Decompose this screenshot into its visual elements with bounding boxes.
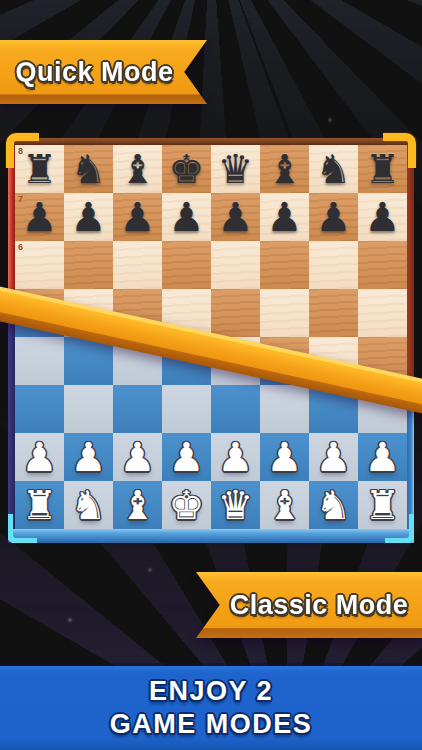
black-knight: ♞ xyxy=(71,145,107,193)
black-bishop: ♝ xyxy=(120,145,156,193)
wood-frame-top xyxy=(8,138,414,145)
white-king: ♚ xyxy=(169,481,205,529)
white-pawn: ♟ xyxy=(218,433,254,481)
square-h6[interactable] xyxy=(358,241,407,289)
square-c6[interactable] xyxy=(113,241,162,289)
white-bishop: ♝ xyxy=(120,481,156,529)
square-a7[interactable]: 7♟ xyxy=(15,193,64,241)
corner-bracket-top-left xyxy=(6,133,39,168)
white-queen: ♛ xyxy=(218,481,254,529)
corner-bracket-bottom-left xyxy=(7,514,37,544)
square-d7[interactable]: ♟ xyxy=(162,193,211,241)
square-f8[interactable]: ♝ xyxy=(260,145,309,193)
white-pawn: ♟ xyxy=(71,433,107,481)
square-f1[interactable]: ♝ xyxy=(260,481,309,529)
quick-mode-banner: Quick Mode xyxy=(0,40,207,104)
square-e7[interactable]: ♟ xyxy=(211,193,260,241)
rank-label-7: 7 xyxy=(18,194,23,204)
square-d3[interactable] xyxy=(162,385,211,433)
black-pawn: ♟ xyxy=(218,193,254,241)
white-pawn: ♟ xyxy=(267,433,303,481)
square-h2[interactable]: ♟ xyxy=(358,433,407,481)
square-g1[interactable]: ♞ xyxy=(309,481,358,529)
corner-bracket-bottom-right xyxy=(385,514,415,544)
classic-mode-banner: Classic Mode xyxy=(196,572,422,638)
corner-bracket-top-right xyxy=(383,133,416,168)
square-a4[interactable] xyxy=(15,337,64,385)
blue-frame-bottom xyxy=(8,529,414,543)
black-queen: ♛ xyxy=(218,145,254,193)
app-screenshot: 8♜♞♝♚♛♝♞♜7♟♟♟♟♟♟♟♟6♟♟♟♟♟♟♟♟♜♞♝♚♛♝♞♜ ♜♞♝♚… xyxy=(0,0,422,750)
square-b1[interactable]: ♞ xyxy=(64,481,113,529)
square-h5[interactable] xyxy=(358,289,407,337)
black-pawn: ♟ xyxy=(169,193,205,241)
square-a3[interactable] xyxy=(15,385,64,433)
black-king: ♚ xyxy=(169,145,205,193)
square-g2[interactable]: ♟ xyxy=(309,433,358,481)
square-e1[interactable]: ♛ xyxy=(211,481,260,529)
white-pawn: ♟ xyxy=(316,433,352,481)
square-e3[interactable] xyxy=(211,385,260,433)
white-pawn: ♟ xyxy=(22,433,58,481)
white-pawn: ♟ xyxy=(365,433,401,481)
black-pawn: ♟ xyxy=(316,193,352,241)
square-a6[interactable]: 6 xyxy=(15,241,64,289)
black-pawn: ♟ xyxy=(267,193,303,241)
black-knight: ♞ xyxy=(316,145,352,193)
white-bishop: ♝ xyxy=(267,481,303,529)
square-e8[interactable]: ♛ xyxy=(211,145,260,193)
square-d1[interactable]: ♚ xyxy=(162,481,211,529)
black-pawn: ♟ xyxy=(71,193,107,241)
footer-line-2: GAME MODES xyxy=(110,708,313,741)
square-e5[interactable] xyxy=(211,289,260,337)
square-c2[interactable]: ♟ xyxy=(113,433,162,481)
square-g7[interactable]: ♟ xyxy=(309,193,358,241)
rank-label-6: 6 xyxy=(18,242,23,252)
square-f6[interactable] xyxy=(260,241,309,289)
black-pawn: ♟ xyxy=(120,193,156,241)
square-b7[interactable]: ♟ xyxy=(64,193,113,241)
square-b6[interactable] xyxy=(64,241,113,289)
square-d2[interactable]: ♟ xyxy=(162,433,211,481)
square-g8[interactable]: ♞ xyxy=(309,145,358,193)
black-pawn: ♟ xyxy=(365,193,401,241)
footer-line-1: ENJOY 2 xyxy=(149,675,273,708)
footer-caption: ENJOY 2 GAME MODES xyxy=(0,666,422,750)
square-b2[interactable]: ♟ xyxy=(64,433,113,481)
square-e2[interactable]: ♟ xyxy=(211,433,260,481)
white-knight: ♞ xyxy=(316,481,352,529)
square-c1[interactable]: ♝ xyxy=(113,481,162,529)
square-c7[interactable]: ♟ xyxy=(113,193,162,241)
white-knight: ♞ xyxy=(71,481,107,529)
square-f3[interactable] xyxy=(260,385,309,433)
square-e6[interactable] xyxy=(211,241,260,289)
square-c8[interactable]: ♝ xyxy=(113,145,162,193)
square-f2[interactable]: ♟ xyxy=(260,433,309,481)
square-h7[interactable]: ♟ xyxy=(358,193,407,241)
square-g5[interactable] xyxy=(309,289,358,337)
black-pawn: ♟ xyxy=(22,193,58,241)
square-f7[interactable]: ♟ xyxy=(260,193,309,241)
square-b3[interactable] xyxy=(64,385,113,433)
square-d8[interactable]: ♚ xyxy=(162,145,211,193)
square-d6[interactable] xyxy=(162,241,211,289)
square-g6[interactable] xyxy=(309,241,358,289)
white-pawn: ♟ xyxy=(120,433,156,481)
square-b8[interactable]: ♞ xyxy=(64,145,113,193)
white-pawn: ♟ xyxy=(169,433,205,481)
square-f5[interactable] xyxy=(260,289,309,337)
square-c3[interactable] xyxy=(113,385,162,433)
square-a2[interactable]: ♟ xyxy=(15,433,64,481)
black-bishop: ♝ xyxy=(267,145,303,193)
